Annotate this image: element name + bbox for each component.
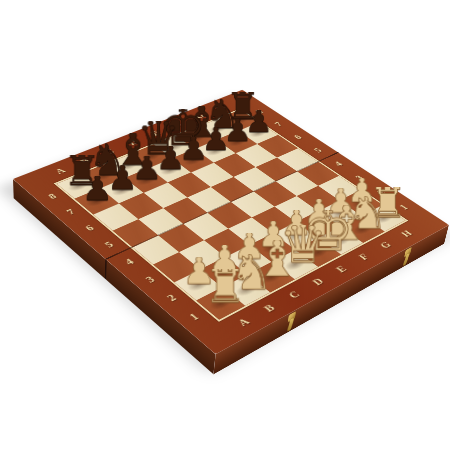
photo-scene: ABCDEFGH ABCDEFGH 87654321 87654321 ♜♞♝♛… xyxy=(0,0,450,450)
square-d6[interactable] xyxy=(168,172,211,197)
brass-clasp xyxy=(402,247,413,268)
piece-white-rook[interactable]: ♜ xyxy=(204,269,239,304)
square-e5[interactable] xyxy=(211,177,254,202)
brass-clasp xyxy=(286,311,297,333)
piece-black-pawn[interactable]: ♟ xyxy=(82,176,114,202)
fold-seam-crack xyxy=(105,259,107,280)
chess-board: ABCDEFGH ABCDEFGH 87654321 87654321 ♜♞♝♛… xyxy=(13,90,449,355)
